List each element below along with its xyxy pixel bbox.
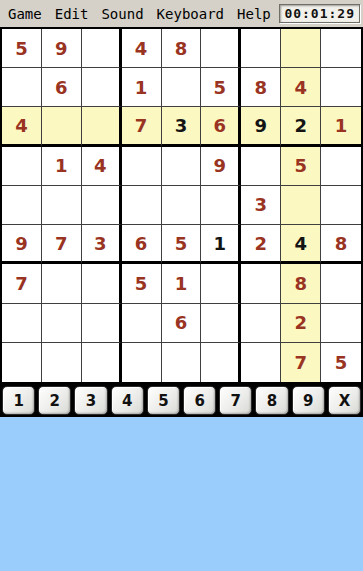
cell-r5c6[interactable] bbox=[201, 186, 241, 225]
cell-r1c2[interactable]: 9 bbox=[42, 29, 82, 68]
cell-r9c8[interactable]: 7 bbox=[281, 343, 321, 382]
cell-r1c1[interactable]: 5 bbox=[2, 29, 42, 68]
cell-r2c6[interactable]: 5 bbox=[201, 68, 241, 107]
menu-keyboard[interactable]: Keyboard bbox=[157, 6, 224, 22]
cell-r2c5[interactable] bbox=[162, 68, 202, 107]
cell-r3c8[interactable]: 2 bbox=[281, 107, 321, 146]
number-button-5[interactable]: 5 bbox=[147, 386, 180, 415]
cell-r7c4[interactable]: 5 bbox=[122, 264, 162, 303]
timer-display: 00:01:29 bbox=[279, 4, 360, 23]
cell-r4c2[interactable]: 1 bbox=[42, 147, 82, 186]
cell-r5c9[interactable] bbox=[321, 186, 361, 225]
cell-r3c2[interactable] bbox=[42, 107, 82, 146]
cell-r3c6[interactable]: 6 bbox=[201, 107, 241, 146]
cell-r6c3[interactable]: 3 bbox=[82, 225, 122, 264]
cell-r4c5[interactable] bbox=[162, 147, 202, 186]
number-buttons: 123456789X bbox=[0, 384, 363, 417]
cell-r6c6[interactable]: 1 bbox=[201, 225, 241, 264]
sudoku-grid[interactable]: 59486158447369211495397365124875186275 bbox=[0, 27, 363, 384]
menu-bar-items: GameEditSoundKeyboardHelp bbox=[8, 6, 271, 22]
cell-r3c7[interactable]: 9 bbox=[241, 107, 281, 146]
cell-r9c1[interactable] bbox=[2, 343, 42, 382]
number-button-1[interactable]: 1 bbox=[2, 386, 35, 415]
cell-r4c8[interactable]: 5 bbox=[281, 147, 321, 186]
cell-r6c1[interactable]: 9 bbox=[2, 225, 42, 264]
menu-edit[interactable]: Edit bbox=[55, 6, 89, 22]
cell-r4c1[interactable] bbox=[2, 147, 42, 186]
number-button-6[interactable]: 6 bbox=[183, 386, 216, 415]
number-button-2[interactable]: 2 bbox=[38, 386, 71, 415]
cell-r9c7[interactable] bbox=[241, 343, 281, 382]
cell-r7c9[interactable] bbox=[321, 264, 361, 303]
cell-r1c4[interactable]: 4 bbox=[122, 29, 162, 68]
cell-r6c2[interactable]: 7 bbox=[42, 225, 82, 264]
number-button-7[interactable]: 7 bbox=[219, 386, 252, 415]
cell-r2c3[interactable] bbox=[82, 68, 122, 107]
cell-r2c9[interactable] bbox=[321, 68, 361, 107]
number-button-4[interactable]: 4 bbox=[111, 386, 144, 415]
cell-r8c3[interactable] bbox=[82, 304, 122, 343]
cell-r9c5[interactable] bbox=[162, 343, 202, 382]
cell-r4c3[interactable]: 4 bbox=[82, 147, 122, 186]
cell-r4c6[interactable]: 9 bbox=[201, 147, 241, 186]
cell-r8c2[interactable] bbox=[42, 304, 82, 343]
cell-r6c7[interactable]: 2 bbox=[241, 225, 281, 264]
cell-r5c8[interactable] bbox=[281, 186, 321, 225]
cell-r2c2[interactable]: 6 bbox=[42, 68, 82, 107]
cell-r1c8[interactable] bbox=[281, 29, 321, 68]
cell-r6c9[interactable]: 8 bbox=[321, 225, 361, 264]
cell-r2c4[interactable]: 1 bbox=[122, 68, 162, 107]
cell-r5c4[interactable] bbox=[122, 186, 162, 225]
cell-r7c8[interactable]: 8 bbox=[281, 264, 321, 303]
menu-help[interactable]: Help bbox=[237, 6, 271, 22]
cell-r7c1[interactable]: 7 bbox=[2, 264, 42, 303]
cell-r2c7[interactable]: 8 bbox=[241, 68, 281, 107]
cell-r7c2[interactable] bbox=[42, 264, 82, 303]
cell-r8c6[interactable] bbox=[201, 304, 241, 343]
cell-r9c9[interactable]: 5 bbox=[321, 343, 361, 382]
cell-r9c3[interactable] bbox=[82, 343, 122, 382]
cell-r4c4[interactable] bbox=[122, 147, 162, 186]
number-button-9[interactable]: 9 bbox=[292, 386, 325, 415]
cell-r8c9[interactable] bbox=[321, 304, 361, 343]
cell-r4c7[interactable] bbox=[241, 147, 281, 186]
cell-r3c9[interactable]: 1 bbox=[321, 107, 361, 146]
number-button-8[interactable]: 8 bbox=[255, 386, 288, 415]
cell-r6c8[interactable]: 4 bbox=[281, 225, 321, 264]
cell-r7c5[interactable]: 1 bbox=[162, 264, 202, 303]
cell-r5c7[interactable]: 3 bbox=[241, 186, 281, 225]
cell-r5c3[interactable] bbox=[82, 186, 122, 225]
cell-r5c1[interactable] bbox=[2, 186, 42, 225]
cell-r8c5[interactable]: 6 bbox=[162, 304, 202, 343]
cell-r1c7[interactable] bbox=[241, 29, 281, 68]
background-area bbox=[0, 417, 363, 571]
cell-r7c3[interactable] bbox=[82, 264, 122, 303]
cell-r6c5[interactable]: 5 bbox=[162, 225, 202, 264]
cell-r3c4[interactable]: 7 bbox=[122, 107, 162, 146]
cell-r4c9[interactable] bbox=[321, 147, 361, 186]
cell-r1c6[interactable] bbox=[201, 29, 241, 68]
menu-bar: GameEditSoundKeyboardHelp 00:01:29 bbox=[0, 0, 363, 27]
cell-r1c9[interactable] bbox=[321, 29, 361, 68]
cell-r5c2[interactable] bbox=[42, 186, 82, 225]
number-button-3[interactable]: 3 bbox=[74, 386, 107, 415]
cell-r9c4[interactable] bbox=[122, 343, 162, 382]
cell-r8c8[interactable]: 2 bbox=[281, 304, 321, 343]
cell-r2c1[interactable] bbox=[2, 68, 42, 107]
menu-sound[interactable]: Sound bbox=[101, 6, 143, 22]
cell-r9c2[interactable] bbox=[42, 343, 82, 382]
cell-r8c7[interactable] bbox=[241, 304, 281, 343]
cell-r3c1[interactable]: 4 bbox=[2, 107, 42, 146]
cell-r7c7[interactable] bbox=[241, 264, 281, 303]
cell-r8c4[interactable] bbox=[122, 304, 162, 343]
cell-r1c3[interactable] bbox=[82, 29, 122, 68]
cell-r3c5[interactable]: 3 bbox=[162, 107, 202, 146]
cell-r9c6[interactable] bbox=[201, 343, 241, 382]
cell-r6c4[interactable]: 6 bbox=[122, 225, 162, 264]
cell-r2c8[interactable]: 4 bbox=[281, 68, 321, 107]
cell-r5c5[interactable] bbox=[162, 186, 202, 225]
menu-game[interactable]: Game bbox=[8, 6, 42, 22]
erase-button[interactable]: X bbox=[328, 386, 361, 415]
cell-r3c3[interactable] bbox=[82, 107, 122, 146]
cell-r8c1[interactable] bbox=[2, 304, 42, 343]
cell-r1c5[interactable]: 8 bbox=[162, 29, 202, 68]
cell-r7c6[interactable] bbox=[201, 264, 241, 303]
